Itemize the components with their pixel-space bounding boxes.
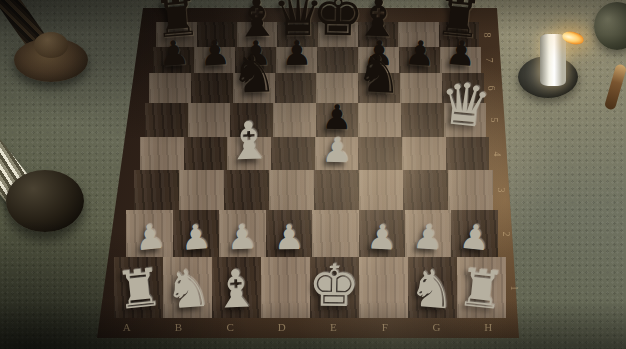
piece-white-rook-a1[interactable]: ♜: [113, 261, 165, 318]
piece-white-bishop-c4[interactable]: ♝: [225, 114, 273, 168]
piece-white-knight-g1[interactable]: ♞: [407, 261, 457, 316]
piece-white-pawn-g2[interactable]: ♟: [412, 219, 445, 255]
piece-white-pawn-c2[interactable]: ♟: [226, 219, 258, 254]
piece-white-pawn-d2[interactable]: ♟: [273, 220, 304, 254]
piece-white-queen-h5[interactable]: ♛: [436, 74, 493, 137]
piece-white-pawn-h2[interactable]: ♟: [458, 219, 492, 256]
piece-black-pawn-g7[interactable]: ♟: [403, 35, 436, 71]
piece-black-pawn-h7[interactable]: ♟: [444, 35, 477, 72]
piece-white-knight-b1[interactable]: ♞: [162, 261, 212, 316]
piece-white-pawn-f2[interactable]: ♟: [366, 219, 398, 254]
piece-black-knight-f6[interactable]: ♞: [355, 47, 404, 101]
piece-white-pawn-b2[interactable]: ♟: [180, 219, 213, 255]
piece-white-king-e1[interactable]: ♚: [308, 257, 361, 316]
scene: ABCDEFGH12345678 ♜♞♝♚♞♜♟♟♟♟♟♟♟♟♝♛♜♝♛♚♝♜♟…: [0, 0, 626, 349]
piece-white-rook-h1[interactable]: ♜: [455, 261, 507, 318]
piece-black-knight-c6[interactable]: ♞: [230, 47, 278, 101]
piece-black-pawn-a7[interactable]: ♟: [157, 35, 190, 71]
piece-white-pawn-a2[interactable]: ♟: [133, 219, 167, 256]
piece-black-pawn-d7[interactable]: ♟: [281, 36, 312, 70]
piece-black-pawn-b7[interactable]: ♟: [198, 35, 230, 71]
piece-white-pawn-e4[interactable]: ♟: [321, 133, 352, 168]
piece-white-bishop-c1[interactable]: ♝: [212, 262, 261, 316]
candle-pillar: [540, 34, 566, 86]
